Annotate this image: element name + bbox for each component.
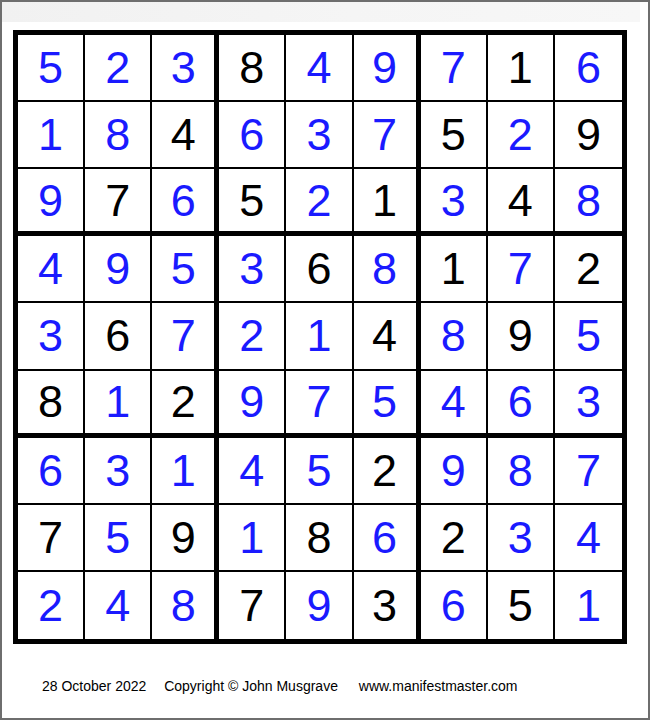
cell-r8c8: 3: [488, 505, 555, 572]
cell-r1c4: 8: [219, 35, 286, 102]
cell-r1c8: 1: [488, 35, 555, 102]
cell-r4c5: 6: [286, 236, 353, 303]
cell-r6c1: 8: [18, 371, 85, 438]
footer: 28 October 2022 Copyright © John Musgrav…: [42, 678, 518, 694]
cell-r3c2: 7: [85, 169, 152, 236]
cell-r7c3: 1: [152, 438, 219, 505]
cell-r5c4: 2: [219, 303, 286, 370]
cell-r5c2: 6: [85, 303, 152, 370]
cell-r9c1: 2: [18, 572, 85, 639]
cell-r8c5: 8: [286, 505, 353, 572]
cell-r7c1: 6: [18, 438, 85, 505]
cell-r4c2: 9: [85, 236, 152, 303]
cell-r5c8: 9: [488, 303, 555, 370]
cell-r7c7: 9: [421, 438, 488, 505]
cell-r7c2: 3: [85, 438, 152, 505]
cell-r2c8: 2: [488, 102, 555, 169]
cell-r1c3: 3: [152, 35, 219, 102]
cell-r3c6: 1: [354, 169, 421, 236]
cell-r9c2: 4: [85, 572, 152, 639]
cell-r2c7: 5: [421, 102, 488, 169]
horizontal-scrollbar-thumb[interactable]: [2, 2, 640, 22]
cell-r9c8: 5: [488, 572, 555, 639]
cell-r7c6: 2: [354, 438, 421, 505]
cell-r9c7: 6: [421, 572, 488, 639]
cell-r7c5: 5: [286, 438, 353, 505]
cell-r6c8: 6: [488, 371, 555, 438]
cell-r1c7: 7: [421, 35, 488, 102]
cell-r5c6: 4: [354, 303, 421, 370]
cell-r5c9: 5: [555, 303, 622, 370]
cell-r3c7: 3: [421, 169, 488, 236]
cell-r6c3: 2: [152, 371, 219, 438]
cell-r3c4: 5: [219, 169, 286, 236]
cell-r1c2: 2: [85, 35, 152, 102]
window-frame: 5238497161846375299765213484953681723672…: [0, 0, 650, 720]
cell-r4c7: 1: [421, 236, 488, 303]
cell-r3c8: 4: [488, 169, 555, 236]
cell-r1c9: 6: [555, 35, 622, 102]
cell-r6c6: 5: [354, 371, 421, 438]
cell-r4c8: 7: [488, 236, 555, 303]
cell-r8c3: 9: [152, 505, 219, 572]
cell-r5c5: 1: [286, 303, 353, 370]
cell-r2c6: 7: [354, 102, 421, 169]
cell-r9c9: 1: [555, 572, 622, 639]
cell-r5c1: 3: [18, 303, 85, 370]
cell-r2c5: 3: [286, 102, 353, 169]
cell-r8c7: 2: [421, 505, 488, 572]
cell-r6c2: 1: [85, 371, 152, 438]
cell-r5c7: 8: [421, 303, 488, 370]
cell-r7c8: 8: [488, 438, 555, 505]
cell-r1c6: 9: [354, 35, 421, 102]
cell-r2c2: 8: [85, 102, 152, 169]
cell-r3c1: 9: [18, 169, 85, 236]
cell-r1c5: 4: [286, 35, 353, 102]
cell-r8c4: 1: [219, 505, 286, 572]
cell-r4c3: 5: [152, 236, 219, 303]
cell-r2c4: 6: [219, 102, 286, 169]
cell-r6c5: 7: [286, 371, 353, 438]
cell-r9c6: 3: [354, 572, 421, 639]
cell-r4c4: 3: [219, 236, 286, 303]
cell-r2c1: 1: [18, 102, 85, 169]
footer-date: 28 October 2022: [42, 678, 146, 694]
cell-r3c3: 6: [152, 169, 219, 236]
cell-r6c4: 9: [219, 371, 286, 438]
cell-r7c4: 4: [219, 438, 286, 505]
cell-r9c4: 7: [219, 572, 286, 639]
sudoku-board: 5238497161846375299765213484953681723672…: [13, 30, 627, 644]
cell-r9c3: 8: [152, 572, 219, 639]
horizontal-scrollbar-track[interactable]: [2, 2, 648, 22]
footer-website: www.manifestmaster.com: [359, 678, 518, 694]
cell-r3c9: 8: [555, 169, 622, 236]
cell-r8c9: 4: [555, 505, 622, 572]
cell-r8c6: 6: [354, 505, 421, 572]
cell-r1c1: 5: [18, 35, 85, 102]
cell-r3c5: 2: [286, 169, 353, 236]
cell-r4c6: 8: [354, 236, 421, 303]
cell-r2c9: 9: [555, 102, 622, 169]
cell-r8c2: 5: [85, 505, 152, 572]
cell-r7c9: 7: [555, 438, 622, 505]
cell-r2c3: 4: [152, 102, 219, 169]
cell-r4c9: 2: [555, 236, 622, 303]
cell-r9c5: 9: [286, 572, 353, 639]
cell-r6c9: 3: [555, 371, 622, 438]
cell-r8c1: 7: [18, 505, 85, 572]
cell-r6c7: 4: [421, 371, 488, 438]
cell-r4c1: 4: [18, 236, 85, 303]
footer-copyright: Copyright © John Musgrave: [164, 678, 338, 694]
cell-r5c3: 7: [152, 303, 219, 370]
